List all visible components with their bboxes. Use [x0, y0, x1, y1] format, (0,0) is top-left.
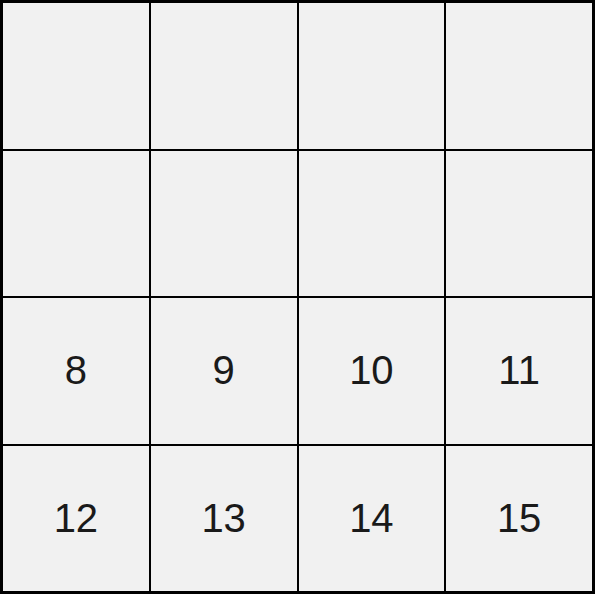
cell-r2c4[interactable]	[446, 151, 592, 297]
cell-r4c3[interactable]: 14	[299, 446, 445, 592]
cell-r3c1[interactable]: 8	[3, 298, 149, 444]
cell-r1c2[interactable]	[151, 3, 297, 149]
cell-r1c4[interactable]	[446, 3, 592, 149]
cell-r3c3[interactable]: 10	[299, 298, 445, 444]
cell-r3c2[interactable]: 9	[151, 298, 297, 444]
cell-r1c3[interactable]	[299, 3, 445, 149]
cell-r4c1[interactable]: 12	[3, 446, 149, 592]
cell-r4c4[interactable]: 15	[446, 446, 592, 592]
board: 8 9 10 11 12 13 14 15	[0, 0, 595, 594]
cell-r3c4[interactable]: 11	[446, 298, 592, 444]
cell-r1c1[interactable]	[3, 3, 149, 149]
cell-r4c2[interactable]: 13	[151, 446, 297, 592]
cell-r2c2[interactable]	[151, 151, 297, 297]
cell-r2c3[interactable]	[299, 151, 445, 297]
cell-r2c1[interactable]	[3, 151, 149, 297]
